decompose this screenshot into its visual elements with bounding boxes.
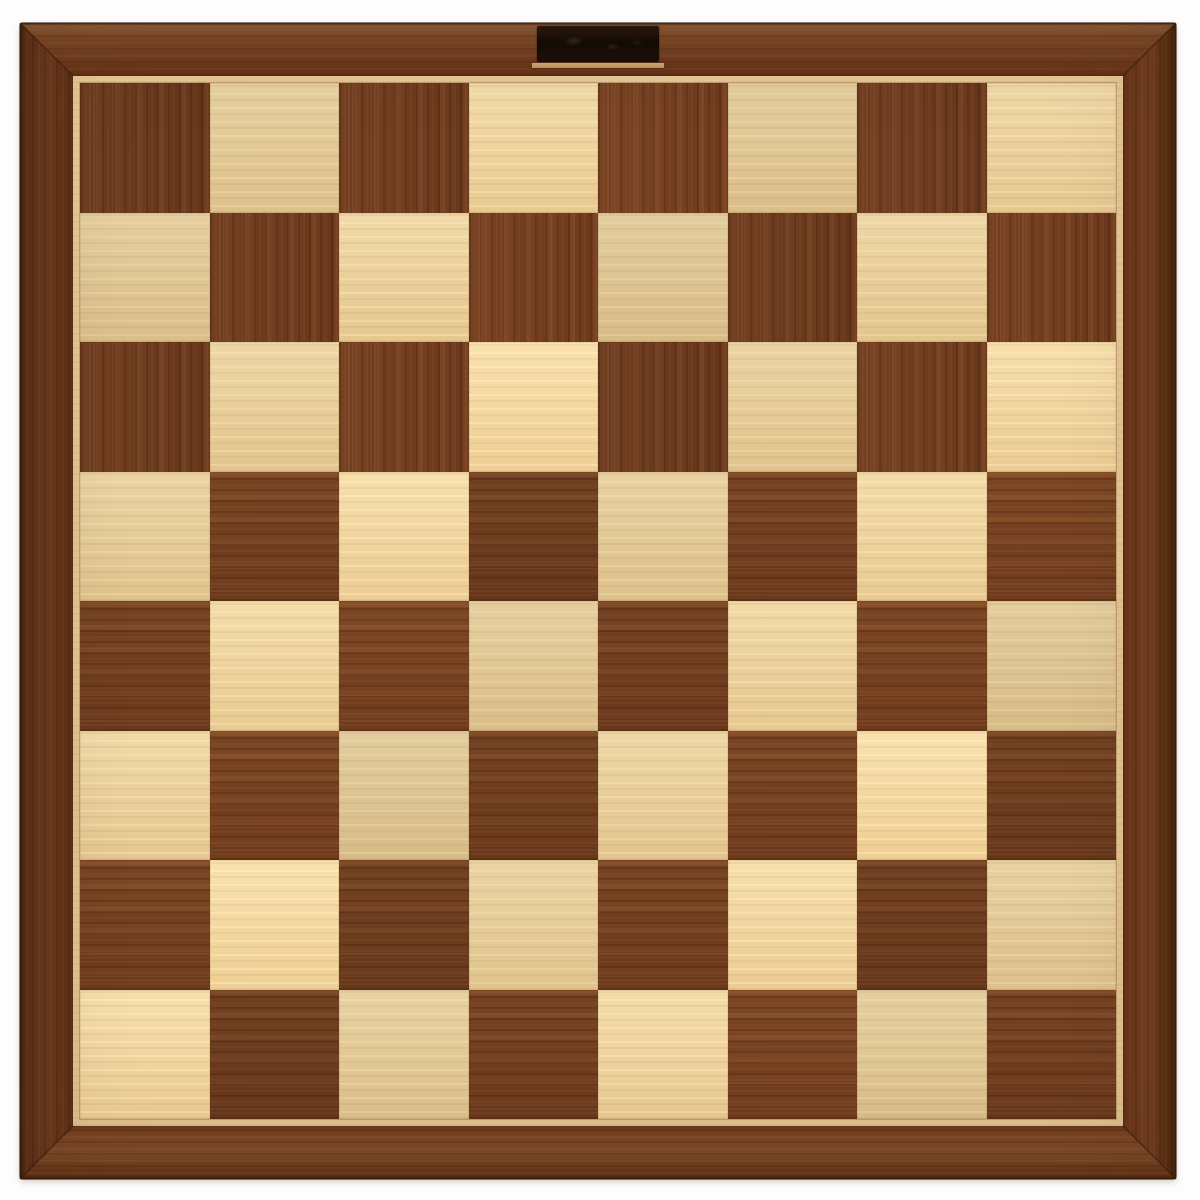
square-a5[interactable] [80, 472, 210, 602]
square-b5[interactable] [210, 472, 340, 602]
square-a8[interactable] [80, 83, 210, 213]
square-h1[interactable] [987, 990, 1117, 1120]
square-b8[interactable] [210, 83, 340, 213]
square-g6[interactable] [857, 342, 987, 472]
square-h4[interactable] [987, 601, 1117, 731]
board-frame-right [1123, 23, 1176, 1179]
square-f1[interactable] [728, 990, 858, 1120]
brand-plaque [537, 26, 659, 62]
square-e2[interactable] [598, 860, 728, 990]
square-c6[interactable] [339, 342, 469, 472]
square-c2[interactable] [339, 860, 469, 990]
square-b4[interactable] [210, 601, 340, 731]
square-a2[interactable] [80, 860, 210, 990]
chess-board [20, 23, 1176, 1179]
square-g8[interactable] [857, 83, 987, 213]
square-d2[interactable] [469, 860, 599, 990]
square-d8[interactable] [469, 83, 599, 213]
square-f3[interactable] [728, 731, 858, 861]
square-f2[interactable] [728, 860, 858, 990]
square-a6[interactable] [80, 342, 210, 472]
square-a1[interactable] [80, 990, 210, 1120]
product-photo [0, 0, 1200, 1200]
square-h3[interactable] [987, 731, 1117, 861]
border-fillet [73, 76, 1123, 1126]
square-e5[interactable] [598, 472, 728, 602]
square-b3[interactable] [210, 731, 340, 861]
square-d5[interactable] [469, 472, 599, 602]
square-f6[interactable] [728, 342, 858, 472]
square-c3[interactable] [339, 731, 469, 861]
square-b1[interactable] [210, 990, 340, 1120]
square-c7[interactable] [339, 213, 469, 343]
square-g7[interactable] [857, 213, 987, 343]
squares-grid [80, 83, 1116, 1119]
square-c4[interactable] [339, 601, 469, 731]
board-frame-bottom [20, 1126, 1176, 1179]
square-g2[interactable] [857, 860, 987, 990]
square-e1[interactable] [598, 990, 728, 1120]
square-d6[interactable] [469, 342, 599, 472]
square-d7[interactable] [469, 213, 599, 343]
square-d3[interactable] [469, 731, 599, 861]
square-c1[interactable] [339, 990, 469, 1120]
square-h6[interactable] [987, 342, 1117, 472]
square-f8[interactable] [728, 83, 858, 213]
square-a4[interactable] [80, 601, 210, 731]
square-h2[interactable] [987, 860, 1117, 990]
square-g4[interactable] [857, 601, 987, 731]
square-d4[interactable] [469, 601, 599, 731]
square-a7[interactable] [80, 213, 210, 343]
square-e7[interactable] [598, 213, 728, 343]
square-e6[interactable] [598, 342, 728, 472]
board-frame-left [20, 23, 73, 1179]
square-g1[interactable] [857, 990, 987, 1120]
square-e4[interactable] [598, 601, 728, 731]
square-c8[interactable] [339, 83, 469, 213]
square-f7[interactable] [728, 213, 858, 343]
plaque-base-strip [532, 63, 664, 68]
square-c5[interactable] [339, 472, 469, 602]
square-b6[interactable] [210, 342, 340, 472]
square-g3[interactable] [857, 731, 987, 861]
square-b2[interactable] [210, 860, 340, 990]
square-b7[interactable] [210, 213, 340, 343]
square-f4[interactable] [728, 601, 858, 731]
square-h8[interactable] [987, 83, 1117, 213]
square-e8[interactable] [598, 83, 728, 213]
square-g5[interactable] [857, 472, 987, 602]
square-e3[interactable] [598, 731, 728, 861]
square-h5[interactable] [987, 472, 1117, 602]
square-a3[interactable] [80, 731, 210, 861]
square-h7[interactable] [987, 213, 1117, 343]
square-f5[interactable] [728, 472, 858, 602]
square-d1[interactable] [469, 990, 599, 1120]
